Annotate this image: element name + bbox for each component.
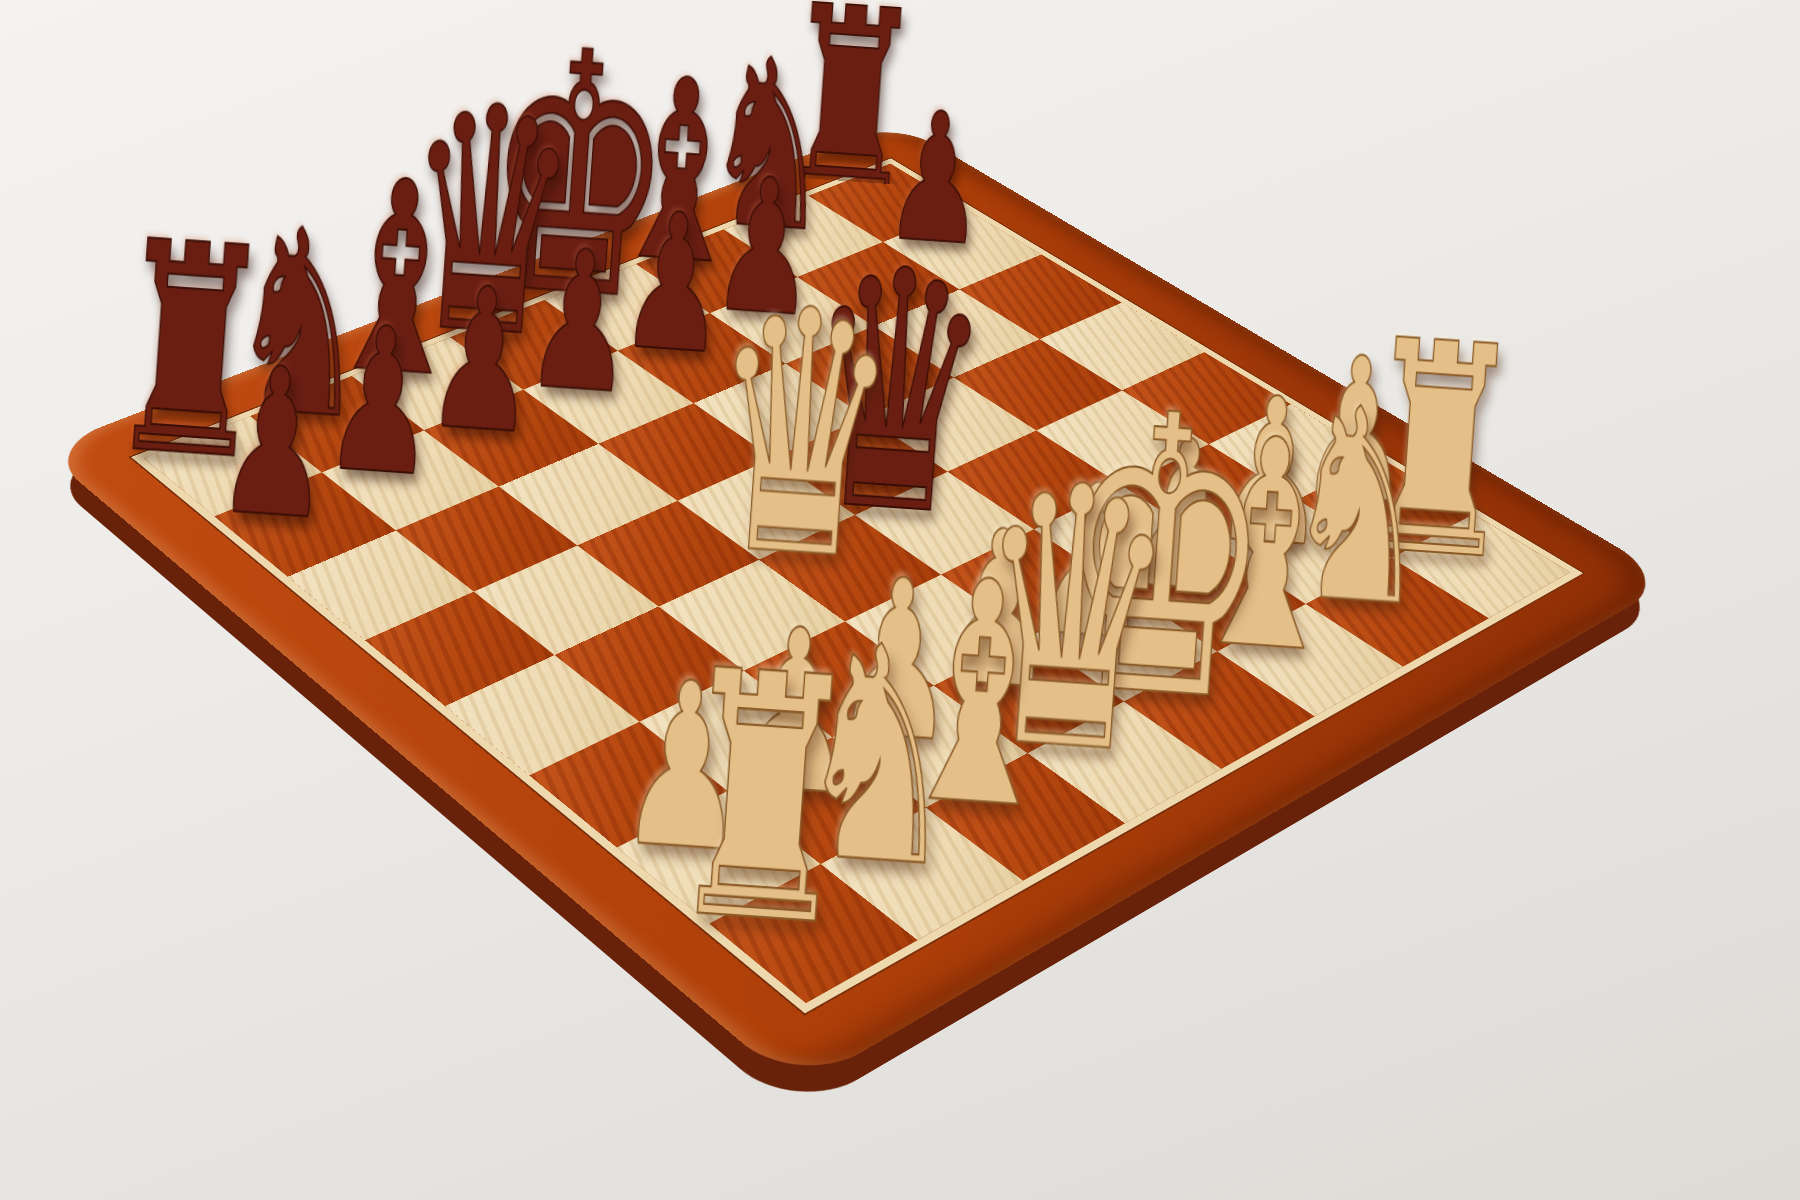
piece-white-rook-a1: ♜ — [659, 624, 870, 974]
studio-backdrop: ♜♞♝♛♚♝♞♜♟♟♟♟♟♟♟♛♛♟♟♟♟♟♟♟♟♜♞♝♛♚♝♞♜ — [0, 0, 1800, 1200]
piece-black-pawn-a7: ♟ — [212, 338, 339, 549]
scene: ♜♞♝♛♚♝♞♜♟♟♟♟♟♟♟♛♛♟♟♟♟♟♟♟♟♜♞♝♛♚♝♞♜ — [305, 0, 1404, 1065]
